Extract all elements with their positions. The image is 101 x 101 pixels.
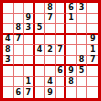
sudoku-board: 86397183547984271387695148679 xyxy=(0,0,101,101)
given-cell-r8c7: 8 xyxy=(66,77,77,88)
empty-cell-r7c5[interactable] xyxy=(45,66,56,77)
given-cell-r7c6: 6 xyxy=(56,66,67,77)
given-cell-r1c5: 8 xyxy=(45,3,56,14)
empty-cell-r9c7[interactable] xyxy=(66,87,77,98)
empty-cell-r3c5[interactable] xyxy=(45,24,56,35)
given-cell-r7c8: 5 xyxy=(77,66,88,77)
empty-cell-r4c4[interactable] xyxy=(35,35,46,46)
empty-cell-r5c2[interactable] xyxy=(14,45,25,56)
empty-cell-r5c3[interactable] xyxy=(24,45,35,56)
empty-cell-r2c9[interactable] xyxy=(87,14,98,25)
empty-cell-r3c6[interactable] xyxy=(56,24,67,35)
given-cell-r1c8: 3 xyxy=(77,3,88,14)
given-cell-r3c4: 5 xyxy=(35,24,46,35)
empty-cell-r8c8[interactable] xyxy=(77,77,88,88)
given-cell-r6c9: 7 xyxy=(87,56,98,67)
empty-cell-r1c6[interactable] xyxy=(56,3,67,14)
empty-cell-r2c6[interactable] xyxy=(56,14,67,25)
empty-cell-r3c9[interactable] xyxy=(87,24,98,35)
given-cell-r3c2: 8 xyxy=(14,24,25,35)
empty-cell-r9c4[interactable] xyxy=(35,87,46,98)
given-cell-r8c3: 1 xyxy=(24,77,35,88)
empty-cell-r9c1[interactable] xyxy=(3,87,14,98)
empty-cell-r6c3[interactable] xyxy=(24,56,35,67)
empty-cell-r1c2[interactable] xyxy=(14,3,25,14)
given-cell-r7c7: 9 xyxy=(66,66,77,77)
empty-cell-r7c2[interactable] xyxy=(14,66,25,77)
given-cell-r2c7: 1 xyxy=(66,14,77,25)
empty-cell-r1c4[interactable] xyxy=(35,3,46,14)
empty-cell-r4c6[interactable] xyxy=(56,35,67,46)
given-cell-r4c9: 9 xyxy=(87,35,98,46)
given-cell-r9c5: 9 xyxy=(45,87,56,98)
given-cell-r2c5: 7 xyxy=(45,14,56,25)
empty-cell-r1c3[interactable] xyxy=(24,3,35,14)
empty-cell-r4c5[interactable] xyxy=(45,35,56,46)
empty-cell-r6c7[interactable] xyxy=(66,56,77,67)
empty-cell-r4c3[interactable] xyxy=(24,35,35,46)
empty-cell-r8c1[interactable] xyxy=(3,77,14,88)
empty-cell-r2c1[interactable] xyxy=(3,14,14,25)
empty-cell-r8c2[interactable] xyxy=(14,77,25,88)
empty-cell-r3c7[interactable] xyxy=(66,24,77,35)
empty-cell-r9c8[interactable] xyxy=(77,87,88,98)
given-cell-r4c1: 4 xyxy=(3,35,14,46)
empty-cell-r6c4[interactable] xyxy=(35,56,46,67)
given-cell-r5c5: 2 xyxy=(45,45,56,56)
empty-cell-r6c6[interactable] xyxy=(56,56,67,67)
given-cell-r9c3: 7 xyxy=(24,87,35,98)
empty-cell-r8c9[interactable] xyxy=(87,77,98,88)
given-cell-r6c8: 8 xyxy=(77,56,88,67)
given-cell-r8c5: 4 xyxy=(45,77,56,88)
empty-cell-r1c9[interactable] xyxy=(87,3,98,14)
empty-cell-r7c9[interactable] xyxy=(87,66,98,77)
empty-cell-r3c1[interactable] xyxy=(3,24,14,35)
empty-cell-r6c5[interactable] xyxy=(45,56,56,67)
given-cell-r3c3: 3 xyxy=(24,24,35,35)
given-cell-r9c2: 6 xyxy=(14,87,25,98)
empty-cell-r4c7[interactable] xyxy=(66,35,77,46)
empty-cell-r9c6[interactable] xyxy=(56,87,67,98)
empty-cell-r7c4[interactable] xyxy=(35,66,46,77)
sudoku-puzzle: 86397183547984271387695148679 xyxy=(0,0,101,101)
empty-cell-r9c9[interactable] xyxy=(87,87,98,98)
empty-cell-r2c8[interactable] xyxy=(77,14,88,25)
given-cell-r5c6: 7 xyxy=(56,45,67,56)
empty-cell-r5c7[interactable] xyxy=(66,45,77,56)
given-cell-r4c2: 7 xyxy=(14,35,25,46)
empty-cell-r7c1[interactable] xyxy=(3,66,14,77)
empty-cell-r4c8[interactable] xyxy=(77,35,88,46)
empty-cell-r6c2[interactable] xyxy=(14,56,25,67)
given-cell-r5c4: 4 xyxy=(35,45,46,56)
empty-cell-r1c1[interactable] xyxy=(3,3,14,14)
empty-cell-r3c8[interactable] xyxy=(77,24,88,35)
given-cell-r1c7: 6 xyxy=(66,3,77,14)
empty-cell-r8c4[interactable] xyxy=(35,77,46,88)
empty-cell-r8c6[interactable] xyxy=(56,77,67,88)
empty-cell-r7c3[interactable] xyxy=(24,66,35,77)
given-cell-r6c1: 3 xyxy=(3,56,14,67)
